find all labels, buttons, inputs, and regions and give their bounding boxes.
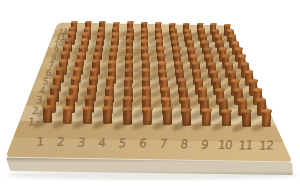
wooden-peg-board-photo: 123456789101112121110987654321 — [0, 0, 300, 188]
board-surface: 123456789101112121110987654321 — [0, 0, 300, 188]
col-label: 11 — [238, 138, 254, 152]
col-label: 12 — [258, 139, 274, 153]
col-label: 10 — [217, 138, 233, 152]
